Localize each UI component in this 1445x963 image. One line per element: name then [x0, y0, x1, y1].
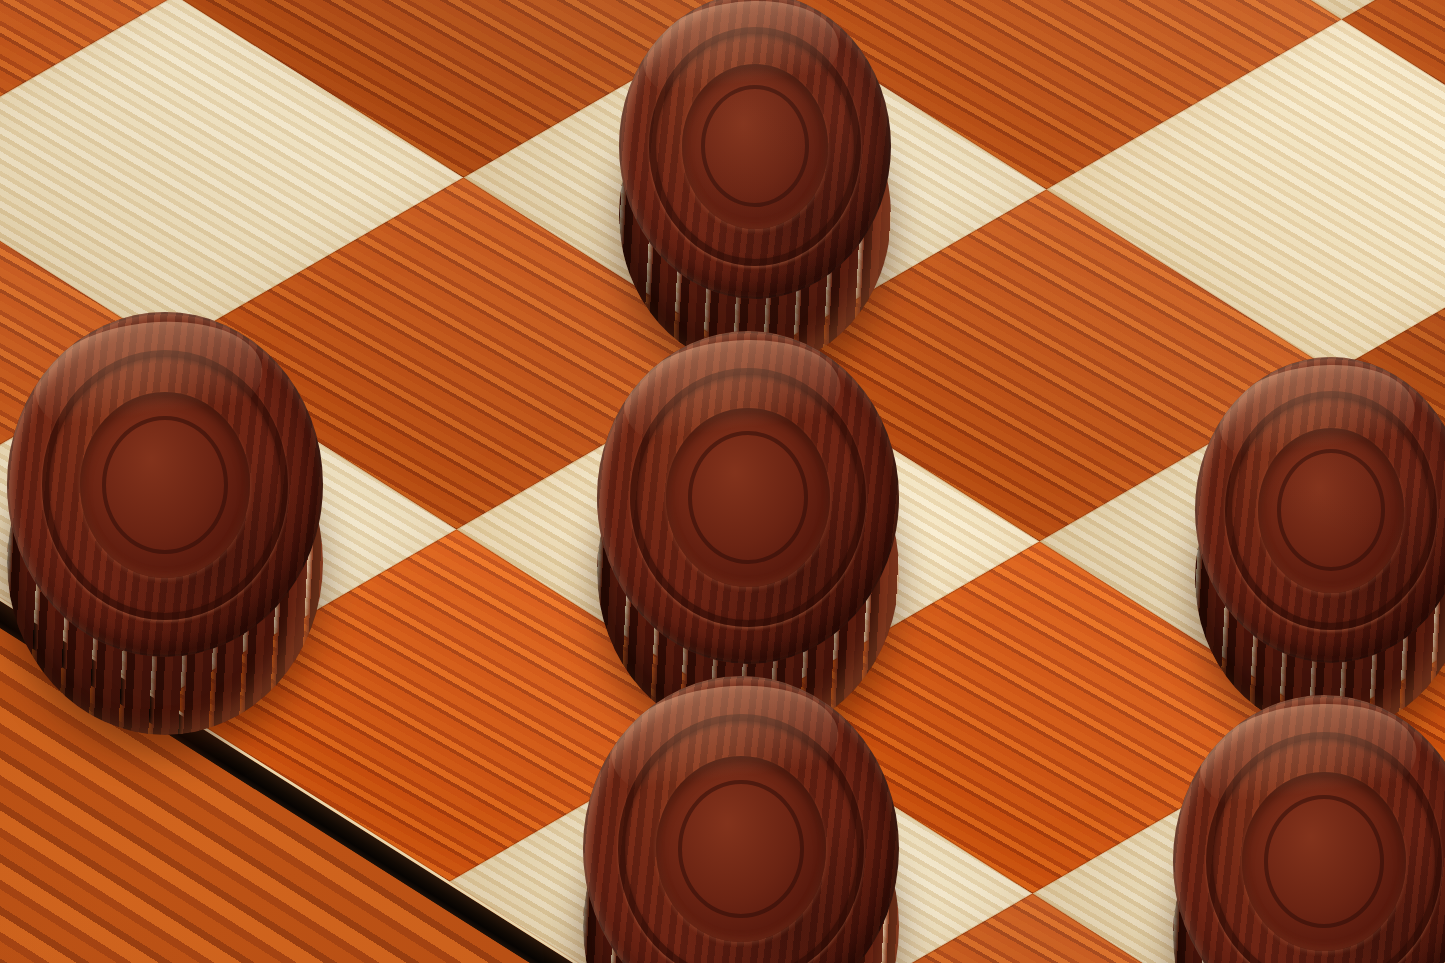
checkers-board-photo: [0, 0, 1445, 963]
checker-piece-c: [597, 331, 899, 685]
pieces-layer: [0, 0, 1445, 963]
piece-top-face: [619, 0, 891, 299]
piece-top-face: [583, 676, 899, 963]
piece-top-face: [1173, 695, 1445, 963]
checker-piece-d: [1195, 357, 1445, 683]
piece-top-face: [597, 331, 899, 664]
checker-piece-f: [1173, 695, 1445, 963]
checker-piece-e: [583, 676, 899, 963]
checker-piece-a: [619, 0, 891, 319]
piece-top-face: [7, 312, 323, 657]
checker-piece-b: [7, 312, 323, 679]
